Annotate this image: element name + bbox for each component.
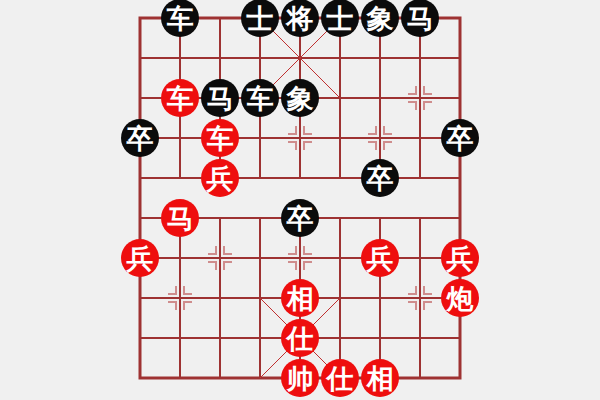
pieces-layer: 车士将士象马车马车象卒车卒兵卒马卒兵兵兵相炮仕帅仕相 bbox=[0, 0, 600, 400]
piece-black-pawn[interactable]: 卒 bbox=[441, 119, 479, 157]
piece-red-chariot[interactable]: 车 bbox=[201, 119, 239, 157]
piece-black-elephant[interactable]: 象 bbox=[281, 79, 319, 117]
piece-red-horse[interactable]: 马 bbox=[161, 199, 199, 237]
piece-black-advisor[interactable]: 士 bbox=[241, 0, 279, 37]
piece-black-advisor[interactable]: 士 bbox=[321, 0, 359, 37]
piece-red-pawn[interactable]: 兵 bbox=[441, 239, 479, 277]
piece-red-elephant[interactable]: 相 bbox=[281, 279, 319, 317]
piece-red-advisor[interactable]: 仕 bbox=[281, 319, 319, 357]
board-canvas: 车士将士象马车马车象卒车卒兵卒马卒兵兵兵相炮仕帅仕相 bbox=[0, 0, 600, 400]
piece-red-king[interactable]: 帅 bbox=[281, 359, 319, 397]
piece-black-pawn[interactable]: 卒 bbox=[361, 159, 399, 197]
piece-black-pawn[interactable]: 卒 bbox=[121, 119, 159, 157]
piece-red-elephant[interactable]: 相 bbox=[361, 359, 399, 397]
piece-red-cannon[interactable]: 炮 bbox=[441, 279, 479, 317]
piece-black-king[interactable]: 将 bbox=[281, 0, 319, 37]
piece-red-advisor[interactable]: 仕 bbox=[321, 359, 359, 397]
piece-black-horse[interactable]: 马 bbox=[201, 79, 239, 117]
piece-black-chariot[interactable]: 车 bbox=[241, 79, 279, 117]
piece-red-pawn[interactable]: 兵 bbox=[201, 159, 239, 197]
piece-black-horse[interactable]: 马 bbox=[401, 0, 439, 37]
piece-red-pawn[interactable]: 兵 bbox=[361, 239, 399, 277]
piece-black-chariot[interactable]: 车 bbox=[161, 0, 199, 37]
piece-red-pawn[interactable]: 兵 bbox=[121, 239, 159, 277]
piece-red-chariot[interactable]: 车 bbox=[161, 79, 199, 117]
piece-black-elephant[interactable]: 象 bbox=[361, 0, 399, 37]
piece-black-pawn[interactable]: 卒 bbox=[281, 199, 319, 237]
